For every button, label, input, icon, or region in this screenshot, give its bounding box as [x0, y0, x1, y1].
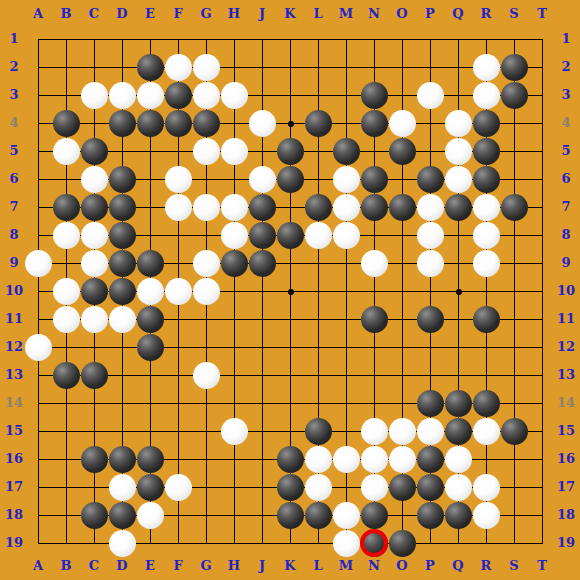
white-stone-P7[interactable]	[417, 194, 444, 221]
col-label-Q-top: Q	[448, 6, 468, 22]
col-label-L-top: L	[308, 6, 328, 22]
black-stone-C18[interactable]	[81, 502, 108, 529]
white-stone-D17[interactable]	[109, 474, 136, 501]
white-stone-J4[interactable]	[249, 110, 276, 137]
star-point-K4	[288, 121, 294, 127]
white-stone-G10[interactable]	[193, 278, 220, 305]
black-stone-C5[interactable]	[81, 138, 108, 165]
black-stone-D4[interactable]	[109, 110, 136, 137]
row-label-7-right: 7	[556, 199, 576, 215]
col-label-F-top: F	[168, 6, 188, 22]
black-stone-E16[interactable]	[137, 446, 164, 473]
col-label-C-bottom: C	[84, 558, 104, 574]
white-stone-C9[interactable]	[81, 250, 108, 277]
white-stone-M16[interactable]	[333, 446, 360, 473]
black-stone-F4[interactable]	[165, 110, 192, 137]
black-stone-P11[interactable]	[417, 306, 444, 333]
black-stone-K6[interactable]	[277, 166, 304, 193]
black-stone-R4[interactable]	[473, 110, 500, 137]
white-stone-R18[interactable]	[473, 502, 500, 529]
row-label-13-right: 13	[556, 367, 576, 383]
white-stone-N15[interactable]	[361, 418, 388, 445]
white-stone-E10[interactable]	[137, 278, 164, 305]
white-stone-L17[interactable]	[305, 474, 332, 501]
white-stone-F10[interactable]	[165, 278, 192, 305]
white-stone-P3[interactable]	[417, 82, 444, 109]
black-stone-E9[interactable]	[137, 250, 164, 277]
white-stone-M6[interactable]	[333, 166, 360, 193]
black-stone-R5[interactable]	[473, 138, 500, 165]
white-stone-C8[interactable]	[81, 222, 108, 249]
row-label-1-left: 1	[4, 31, 24, 47]
white-stone-O15[interactable]	[389, 418, 416, 445]
white-stone-A9[interactable]	[25, 250, 52, 277]
row-label-8-right: 8	[556, 227, 576, 243]
black-stone-P6[interactable]	[417, 166, 444, 193]
black-stone-G4[interactable]	[193, 110, 220, 137]
white-stone-H7[interactable]	[221, 194, 248, 221]
white-stone-G9[interactable]	[193, 250, 220, 277]
col-label-K-top: K	[280, 6, 300, 22]
col-label-Q-bottom: Q	[448, 558, 468, 574]
black-stone-B13[interactable]	[53, 362, 80, 389]
white-stone-E3[interactable]	[137, 82, 164, 109]
black-stone-D16[interactable]	[109, 446, 136, 473]
white-stone-B11[interactable]	[53, 306, 80, 333]
white-stone-B8[interactable]	[53, 222, 80, 249]
white-stone-H3[interactable]	[221, 82, 248, 109]
black-stone-N4[interactable]	[361, 110, 388, 137]
star-point-Q10	[456, 289, 462, 295]
black-stone-C7[interactable]	[81, 194, 108, 221]
black-stone-N18[interactable]	[361, 502, 388, 529]
black-stone-E2[interactable]	[137, 54, 164, 81]
row-label-17-left: 17	[4, 479, 24, 495]
white-stone-P15[interactable]	[417, 418, 444, 445]
black-stone-K18[interactable]	[277, 502, 304, 529]
row-label-4-right: 4	[556, 115, 576, 131]
black-stone-C10[interactable]	[81, 278, 108, 305]
white-stone-Q17[interactable]	[445, 474, 472, 501]
black-stone-S15[interactable]	[501, 418, 528, 445]
white-stone-G2[interactable]	[193, 54, 220, 81]
white-stone-C11[interactable]	[81, 306, 108, 333]
black-stone-E12[interactable]	[137, 334, 164, 361]
white-stone-G5[interactable]	[193, 138, 220, 165]
row-label-6-left: 6	[4, 171, 24, 187]
col-label-P-bottom: P	[420, 558, 440, 574]
col-label-G-bottom: G	[196, 558, 216, 574]
col-label-R-top: R	[476, 6, 496, 22]
col-label-A-bottom: A	[28, 558, 48, 574]
white-stone-E18[interactable]	[137, 502, 164, 529]
white-stone-R3[interactable]	[473, 82, 500, 109]
row-label-15-right: 15	[556, 423, 576, 439]
black-stone-N3[interactable]	[361, 82, 388, 109]
black-stone-N6[interactable]	[361, 166, 388, 193]
col-label-M-top: M	[336, 6, 356, 22]
black-stone-F3[interactable]	[165, 82, 192, 109]
black-stone-O7[interactable]	[389, 194, 416, 221]
col-label-K-bottom: K	[280, 558, 300, 574]
white-stone-F17[interactable]	[165, 474, 192, 501]
col-label-T-top: T	[532, 6, 552, 22]
row-label-14-left: 14	[4, 395, 24, 411]
white-stone-N17[interactable]	[361, 474, 388, 501]
row-label-13-left: 13	[4, 367, 24, 383]
row-label-3-right: 3	[556, 87, 576, 103]
col-label-J-bottom: J	[252, 558, 272, 574]
row-label-12-right: 12	[556, 339, 576, 355]
white-stone-H5[interactable]	[221, 138, 248, 165]
row-label-5-left: 5	[4, 143, 24, 159]
white-stone-L16[interactable]	[305, 446, 332, 473]
black-stone-E4[interactable]	[137, 110, 164, 137]
black-stone-P14[interactable]	[417, 390, 444, 417]
col-label-D-bottom: D	[112, 558, 132, 574]
black-stone-Q7[interactable]	[445, 194, 472, 221]
black-stone-E17[interactable]	[137, 474, 164, 501]
white-stone-F7[interactable]	[165, 194, 192, 221]
black-stone-R6[interactable]	[473, 166, 500, 193]
black-stone-P18[interactable]	[417, 502, 444, 529]
row-label-17-right: 17	[556, 479, 576, 495]
row-label-18-right: 18	[556, 507, 576, 523]
col-label-P-top: P	[420, 6, 440, 22]
white-stone-R8[interactable]	[473, 222, 500, 249]
white-stone-R2[interactable]	[473, 54, 500, 81]
col-label-E-top: E	[140, 6, 160, 22]
white-stone-J6[interactable]	[249, 166, 276, 193]
black-stone-K8[interactable]	[277, 222, 304, 249]
white-stone-P9[interactable]	[417, 250, 444, 277]
row-label-2-left: 2	[4, 59, 24, 75]
row-label-16-left: 16	[4, 451, 24, 467]
black-stone-D9[interactable]	[109, 250, 136, 277]
black-stone-R14[interactable]	[473, 390, 500, 417]
black-stone-L4[interactable]	[305, 110, 332, 137]
black-stone-P16[interactable]	[417, 446, 444, 473]
col-label-H-bottom: H	[224, 558, 244, 574]
col-label-A-top: A	[28, 6, 48, 22]
black-stone-K17[interactable]	[277, 474, 304, 501]
white-stone-M19[interactable]	[333, 530, 360, 557]
grid-line-vertical	[514, 39, 515, 544]
grid-line-horizontal	[38, 347, 543, 348]
white-stone-Q6[interactable]	[445, 166, 472, 193]
col-label-T-bottom: T	[532, 558, 552, 574]
white-stone-R9[interactable]	[473, 250, 500, 277]
black-stone-S7[interactable]	[501, 194, 528, 221]
black-stone-D8[interactable]	[109, 222, 136, 249]
black-stone-L7[interactable]	[305, 194, 332, 221]
row-label-7-left: 7	[4, 199, 24, 215]
black-stone-E11[interactable]	[137, 306, 164, 333]
col-label-B-bottom: B	[56, 558, 76, 574]
row-label-14-right: 14	[556, 395, 576, 411]
go-board-viewer: ABCDEFGHJKLMNOPQRST ABCDEFGHJKLMNOPQRST …	[0, 0, 580, 580]
black-stone-K5[interactable]	[277, 138, 304, 165]
col-label-L-bottom: L	[308, 558, 328, 574]
grid-line-vertical	[542, 39, 543, 544]
white-stone-M18[interactable]	[333, 502, 360, 529]
col-label-N-bottom: N	[364, 558, 384, 574]
col-label-S-top: S	[504, 6, 524, 22]
black-stone-J9[interactable]	[249, 250, 276, 277]
white-stone-F2[interactable]	[165, 54, 192, 81]
white-stone-B5[interactable]	[53, 138, 80, 165]
col-label-N-top: N	[364, 6, 384, 22]
row-label-10-right: 10	[556, 283, 576, 299]
col-label-D-top: D	[112, 6, 132, 22]
white-stone-L8[interactable]	[305, 222, 332, 249]
white-stone-G3[interactable]	[193, 82, 220, 109]
black-stone-O17[interactable]	[389, 474, 416, 501]
white-stone-N9[interactable]	[361, 250, 388, 277]
row-label-18-left: 18	[4, 507, 24, 523]
col-label-C-top: C	[84, 6, 104, 22]
black-stone-B4[interactable]	[53, 110, 80, 137]
col-label-O-top: O	[392, 6, 412, 22]
grid-line-horizontal	[38, 375, 543, 376]
white-stone-D19[interactable]	[109, 530, 136, 557]
col-label-F-bottom: F	[168, 558, 188, 574]
row-label-12-left: 12	[4, 339, 24, 355]
black-stone-J7[interactable]	[249, 194, 276, 221]
white-stone-R7[interactable]	[473, 194, 500, 221]
col-label-R-bottom: R	[476, 558, 496, 574]
col-label-J-top: J	[252, 6, 272, 22]
black-stone-R11[interactable]	[473, 306, 500, 333]
black-stone-Q15[interactable]	[445, 418, 472, 445]
col-label-H-top: H	[224, 6, 244, 22]
row-label-16-right: 16	[556, 451, 576, 467]
row-label-10-left: 10	[4, 283, 24, 299]
last-move-marker	[360, 529, 388, 557]
white-stone-P8[interactable]	[417, 222, 444, 249]
row-label-9-right: 9	[556, 255, 576, 271]
white-stone-C3[interactable]	[81, 82, 108, 109]
row-label-3-left: 3	[4, 87, 24, 103]
row-label-6-right: 6	[556, 171, 576, 187]
white-stone-N16[interactable]	[361, 446, 388, 473]
black-stone-Q18[interactable]	[445, 502, 472, 529]
row-label-19-right: 19	[556, 535, 576, 551]
col-label-G-top: G	[196, 6, 216, 22]
row-label-1-right: 1	[556, 31, 576, 47]
white-stone-Q16[interactable]	[445, 446, 472, 473]
white-stone-H8[interactable]	[221, 222, 248, 249]
row-label-15-left: 15	[4, 423, 24, 439]
white-stone-H15[interactable]	[221, 418, 248, 445]
row-label-11-right: 11	[556, 311, 576, 327]
white-stone-R17[interactable]	[473, 474, 500, 501]
black-stone-D7[interactable]	[109, 194, 136, 221]
white-stone-G7[interactable]	[193, 194, 220, 221]
row-label-2-right: 2	[556, 59, 576, 75]
black-stone-P17[interactable]	[417, 474, 444, 501]
black-stone-N7[interactable]	[361, 194, 388, 221]
black-stone-K16[interactable]	[277, 446, 304, 473]
white-stone-R15[interactable]	[473, 418, 500, 445]
white-stone-O16[interactable]	[389, 446, 416, 473]
black-stone-L18[interactable]	[305, 502, 332, 529]
row-label-5-right: 5	[556, 143, 576, 159]
col-label-S-bottom: S	[504, 558, 524, 574]
col-label-E-bottom: E	[140, 558, 160, 574]
white-stone-G13[interactable]	[193, 362, 220, 389]
white-stone-C6[interactable]	[81, 166, 108, 193]
black-stone-S2[interactable]	[501, 54, 528, 81]
col-label-O-bottom: O	[392, 558, 412, 574]
black-stone-C13[interactable]	[81, 362, 108, 389]
white-stone-Q4[interactable]	[445, 110, 472, 137]
black-stone-D18[interactable]	[109, 502, 136, 529]
white-stone-O4[interactable]	[389, 110, 416, 137]
white-stone-D3[interactable]	[109, 82, 136, 109]
white-stone-M8[interactable]	[333, 222, 360, 249]
black-stone-O19[interactable]	[389, 530, 416, 557]
row-label-19-left: 19	[4, 535, 24, 551]
white-stone-F6[interactable]	[165, 166, 192, 193]
black-stone-J8[interactable]	[249, 222, 276, 249]
black-stone-S3[interactable]	[501, 82, 528, 109]
black-stone-O5[interactable]	[389, 138, 416, 165]
white-stone-Q5[interactable]	[445, 138, 472, 165]
col-label-B-top: B	[56, 6, 76, 22]
black-stone-C16[interactable]	[81, 446, 108, 473]
black-stone-B7[interactable]	[53, 194, 80, 221]
row-label-4-left: 4	[4, 115, 24, 131]
white-stone-A12[interactable]	[25, 334, 52, 361]
col-label-M-bottom: M	[336, 558, 356, 574]
black-stone-H9[interactable]	[221, 250, 248, 277]
row-label-9-left: 9	[4, 255, 24, 271]
black-stone-Q14[interactable]	[445, 390, 472, 417]
row-label-11-left: 11	[4, 311, 24, 327]
black-stone-M5[interactable]	[333, 138, 360, 165]
black-stone-N11[interactable]	[361, 306, 388, 333]
black-stone-D10[interactable]	[109, 278, 136, 305]
star-point-K10	[288, 289, 294, 295]
black-stone-D6[interactable]	[109, 166, 136, 193]
white-stone-D11[interactable]	[109, 306, 136, 333]
black-stone-L15[interactable]	[305, 418, 332, 445]
white-stone-B10[interactable]	[53, 278, 80, 305]
white-stone-M7[interactable]	[333, 194, 360, 221]
row-label-8-left: 8	[4, 227, 24, 243]
